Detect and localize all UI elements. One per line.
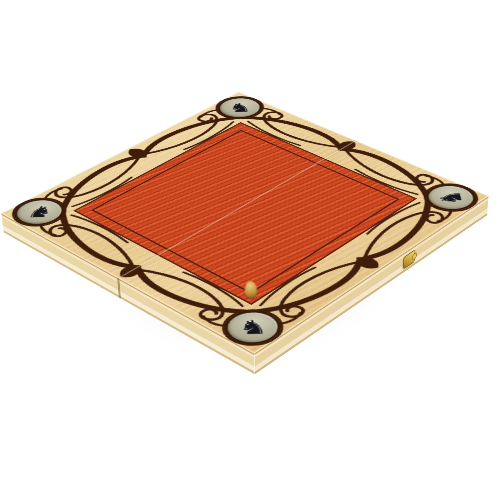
board-top: ♞ ♞ ♞ ♞ bbox=[1, 92, 488, 354]
knight-icon: ♞ bbox=[435, 190, 467, 204]
knight-icon: ♞ bbox=[228, 101, 251, 114]
fold-seam-edge bbox=[117, 277, 121, 298]
knight-icon: ♞ bbox=[238, 317, 268, 337]
perspective-scene: ♞ ♞ ♞ ♞ bbox=[0, 0, 500, 500]
board-box: ♞ ♞ ♞ ♞ bbox=[4, 110, 487, 375]
corner-knob bbox=[244, 281, 257, 298]
product-photo-stage: ♞ ♞ ♞ ♞ bbox=[0, 0, 500, 500]
brass-latch bbox=[403, 249, 415, 269]
knight-icon: ♞ bbox=[25, 204, 54, 220]
